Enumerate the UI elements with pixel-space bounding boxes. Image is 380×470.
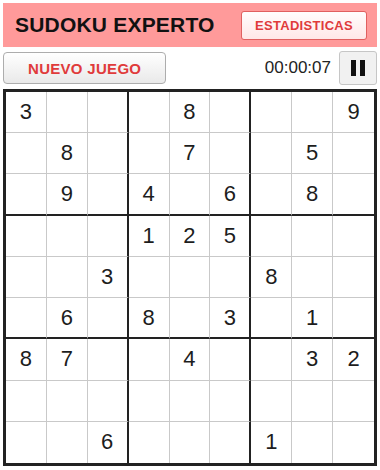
sudoku-cell[interactable]: 4 (129, 174, 170, 215)
sudoku-cell[interactable]: 3 (88, 257, 129, 298)
sudoku-cell[interactable] (292, 422, 333, 463)
sudoku-cell[interactable]: 7 (47, 339, 88, 380)
sudoku-cell[interactable] (333, 422, 374, 463)
sudoku-cell[interactable] (88, 174, 129, 215)
sudoku-cell[interactable]: 3 (6, 92, 47, 133)
sudoku-cell[interactable] (47, 422, 88, 463)
sudoku-cell[interactable] (88, 339, 129, 380)
sudoku-cell[interactable] (88, 92, 129, 133)
sudoku-cell[interactable] (129, 257, 170, 298)
sudoku-cell[interactable]: 5 (292, 133, 333, 174)
sudoku-cell[interactable] (333, 298, 374, 339)
sudoku-cell[interactable] (210, 422, 251, 463)
sudoku-cell[interactable]: 9 (333, 92, 374, 133)
sudoku-cell[interactable]: 3 (292, 339, 333, 380)
sudoku-cell[interactable] (88, 133, 129, 174)
sudoku-cell[interactable] (170, 422, 211, 463)
sudoku-cell[interactable]: 2 (170, 216, 211, 257)
sudoku-cell[interactable]: 9 (47, 174, 88, 215)
new-game-button[interactable]: NUEVO JUEGO (3, 52, 166, 84)
sudoku-cell[interactable]: 8 (6, 339, 47, 380)
sudoku-cell[interactable] (210, 92, 251, 133)
sudoku-cell[interactable] (6, 422, 47, 463)
sudoku-cell[interactable] (47, 216, 88, 257)
sudoku-cell[interactable]: 8 (47, 133, 88, 174)
sudoku-cell[interactable] (129, 422, 170, 463)
sudoku-cell[interactable] (6, 174, 47, 215)
sudoku-cell[interactable]: 3 (210, 298, 251, 339)
sudoku-cell[interactable] (129, 133, 170, 174)
sudoku-cell[interactable] (210, 381, 251, 422)
sudoku-cell[interactable] (251, 174, 292, 215)
sudoku-cell[interactable] (333, 257, 374, 298)
sudoku-cell[interactable] (292, 381, 333, 422)
sudoku-cell[interactable] (6, 133, 47, 174)
sudoku-cell[interactable] (47, 257, 88, 298)
sudoku-cell[interactable] (251, 339, 292, 380)
sudoku-cell[interactable] (47, 381, 88, 422)
sudoku-cell[interactable] (6, 257, 47, 298)
sudoku-cell[interactable]: 4 (170, 339, 211, 380)
sudoku-cell[interactable] (333, 381, 374, 422)
sudoku-cell[interactable] (47, 92, 88, 133)
sudoku-cell[interactable] (251, 216, 292, 257)
sudoku-cell[interactable] (129, 381, 170, 422)
sudoku-cell[interactable] (170, 257, 211, 298)
sudoku-cell[interactable]: 5 (210, 216, 251, 257)
sudoku-cell[interactable] (88, 298, 129, 339)
sudoku-cell[interactable] (129, 339, 170, 380)
sudoku-cell[interactable] (292, 257, 333, 298)
sudoku-grid: 38987594681253868318743261 (3, 89, 377, 466)
pause-icon (351, 60, 365, 76)
pause-button[interactable] (339, 51, 377, 85)
sudoku-cell[interactable]: 8 (170, 92, 211, 133)
sudoku-cell[interactable] (210, 133, 251, 174)
sudoku-cell[interactable] (170, 174, 211, 215)
timer-display: 00:00:07 (265, 58, 331, 78)
statistics-button[interactable]: ESTADISTICAS (241, 11, 367, 40)
sudoku-cell[interactable] (6, 298, 47, 339)
sudoku-cell[interactable]: 7 (170, 133, 211, 174)
page-title: SUDOKU EXPERTO (15, 13, 215, 37)
sudoku-cell[interactable]: 1 (251, 422, 292, 463)
sudoku-cell[interactable]: 2 (333, 339, 374, 380)
sudoku-cell[interactable] (210, 257, 251, 298)
sudoku-cell[interactable]: 8 (292, 174, 333, 215)
sudoku-cell[interactable] (251, 298, 292, 339)
sudoku-cell[interactable]: 8 (251, 257, 292, 298)
sudoku-cell[interactable] (292, 216, 333, 257)
sudoku-app: SUDOKU EXPERTO ESTADISTICAS NUEVO JUEGO … (0, 0, 380, 470)
sudoku-cell[interactable] (292, 92, 333, 133)
sudoku-cell[interactable] (170, 298, 211, 339)
sudoku-cell[interactable] (251, 133, 292, 174)
sudoku-cell[interactable] (210, 339, 251, 380)
sudoku-cell[interactable]: 1 (129, 216, 170, 257)
sudoku-cell[interactable] (170, 381, 211, 422)
sudoku-cell[interactable] (251, 381, 292, 422)
sudoku-cell[interactable] (88, 216, 129, 257)
app-header: SUDOKU EXPERTO ESTADISTICAS (3, 3, 377, 47)
toolbar: NUEVO JUEGO 00:00:07 (3, 47, 377, 89)
sudoku-cell[interactable]: 1 (292, 298, 333, 339)
sudoku-cell[interactable] (333, 133, 374, 174)
sudoku-cell[interactable]: 6 (88, 422, 129, 463)
sudoku-cell[interactable] (333, 174, 374, 215)
sudoku-cell[interactable]: 6 (47, 298, 88, 339)
sudoku-cell[interactable] (6, 381, 47, 422)
sudoku-cell[interactable] (129, 92, 170, 133)
sudoku-cell[interactable]: 6 (210, 174, 251, 215)
sudoku-cell[interactable] (88, 381, 129, 422)
sudoku-cell[interactable] (333, 216, 374, 257)
sudoku-cell[interactable] (251, 92, 292, 133)
sudoku-cell[interactable]: 8 (129, 298, 170, 339)
sudoku-cell[interactable] (6, 216, 47, 257)
